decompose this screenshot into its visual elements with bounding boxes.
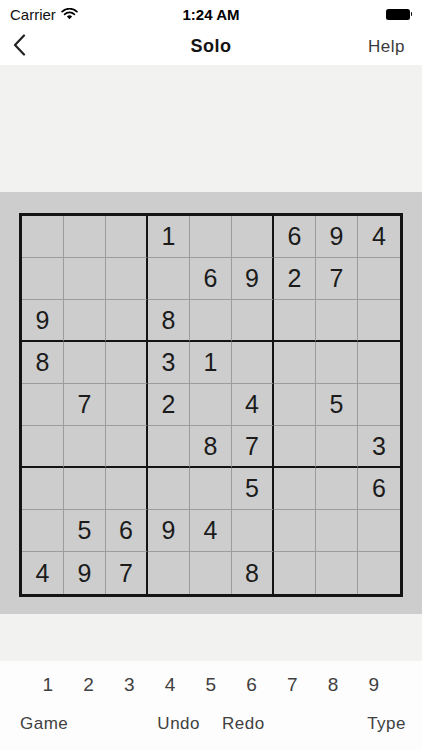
cell-r5c3[interactable] — [106, 384, 148, 426]
num-button-6[interactable]: 6 — [240, 672, 264, 698]
cell-r6c7[interactable] — [274, 426, 316, 468]
page-title: Solo — [0, 36, 422, 57]
cell-r2c1[interactable] — [22, 258, 64, 300]
num-button-9[interactable]: 9 — [362, 672, 386, 698]
cell-r8c3[interactable]: 6 — [106, 510, 148, 552]
cell-r8c9[interactable] — [358, 510, 400, 552]
num-button-8[interactable]: 8 — [321, 672, 345, 698]
cell-r8c1[interactable] — [22, 510, 64, 552]
action-row: Game Undo Redo Type — [0, 714, 422, 738]
cell-r8c4[interactable]: 9 — [148, 510, 190, 552]
cell-r6c3[interactable] — [106, 426, 148, 468]
cell-r9c1[interactable]: 4 — [22, 552, 64, 594]
cell-r2c2[interactable] — [64, 258, 106, 300]
nav-bar: Solo Help — [0, 28, 422, 65]
chevron-left-icon — [13, 34, 26, 60]
cell-r8c7[interactable] — [274, 510, 316, 552]
redo-button[interactable]: Redo — [222, 714, 265, 734]
cell-r4c8[interactable] — [316, 342, 358, 384]
cell-r3c6[interactable] — [232, 300, 274, 342]
sudoku-board: 169469279883172458735656944978 — [19, 213, 403, 597]
cell-r5c8[interactable]: 5 — [316, 384, 358, 426]
cell-r8c2[interactable]: 5 — [64, 510, 106, 552]
top-spacer — [0, 65, 422, 192]
cell-r9c2[interactable]: 9 — [64, 552, 106, 594]
cell-r5c4[interactable]: 2 — [148, 384, 190, 426]
board-band: 169469279883172458735656944978 — [0, 192, 422, 614]
cell-r1c3[interactable] — [106, 216, 148, 258]
cell-r1c6[interactable] — [232, 216, 274, 258]
cell-r1c1[interactable] — [22, 216, 64, 258]
cell-r2c3[interactable] — [106, 258, 148, 300]
cell-r3c5[interactable] — [190, 300, 232, 342]
cell-r9c4[interactable] — [148, 552, 190, 594]
cell-r9c8[interactable] — [316, 552, 358, 594]
cell-r3c1[interactable]: 9 — [22, 300, 64, 342]
cell-r9c9[interactable] — [358, 552, 400, 594]
cell-r6c4[interactable] — [148, 426, 190, 468]
cell-r7c2[interactable] — [64, 468, 106, 510]
cell-r1c4[interactable]: 1 — [148, 216, 190, 258]
cell-r6c8[interactable] — [316, 426, 358, 468]
cell-r6c1[interactable] — [22, 426, 64, 468]
battery-icon — [386, 9, 413, 20]
cell-r6c6[interactable]: 7 — [232, 426, 274, 468]
cell-r4c7[interactable] — [274, 342, 316, 384]
cell-r6c9[interactable]: 3 — [358, 426, 400, 468]
cell-r1c7[interactable]: 6 — [274, 216, 316, 258]
cell-r9c7[interactable] — [274, 552, 316, 594]
cell-r8c5[interactable]: 4 — [190, 510, 232, 552]
cell-r1c5[interactable] — [190, 216, 232, 258]
cell-r7c4[interactable] — [148, 468, 190, 510]
cell-r1c8[interactable]: 9 — [316, 216, 358, 258]
cell-r5c7[interactable] — [274, 384, 316, 426]
cell-r4c5[interactable]: 1 — [190, 342, 232, 384]
content-area: 169469279883172458735656944978 — [0, 65, 422, 661]
cell-r5c6[interactable]: 4 — [232, 384, 274, 426]
bottom-spacer — [0, 614, 422, 661]
back-button[interactable] — [13, 35, 37, 59]
cell-r4c1[interactable]: 8 — [22, 342, 64, 384]
carrier-label: Carrier — [10, 6, 56, 23]
cell-r4c6[interactable] — [232, 342, 274, 384]
cell-r9c5[interactable] — [190, 552, 232, 594]
cell-r2c9[interactable] — [358, 258, 400, 300]
cell-r1c9[interactable]: 4 — [358, 216, 400, 258]
type-button[interactable]: Type — [367, 714, 406, 734]
cell-r5c2[interactable]: 7 — [64, 384, 106, 426]
cell-r3c9[interactable] — [358, 300, 400, 342]
cell-r7c7[interactable] — [274, 468, 316, 510]
num-button-7[interactable]: 7 — [281, 672, 305, 698]
cell-r7c3[interactable] — [106, 468, 148, 510]
cell-r3c4[interactable]: 8 — [148, 300, 190, 342]
cell-r4c9[interactable] — [358, 342, 400, 384]
num-button-3[interactable]: 3 — [118, 672, 142, 698]
cell-r4c3[interactable] — [106, 342, 148, 384]
bottom-toolbar: 123456789 Game Undo Redo Type — [0, 661, 422, 750]
cell-r1c2[interactable] — [64, 216, 106, 258]
cell-r7c8[interactable] — [316, 468, 358, 510]
cell-r4c4[interactable]: 3 — [148, 342, 190, 384]
cell-r3c3[interactable] — [106, 300, 148, 342]
cell-r9c3[interactable]: 7 — [106, 552, 148, 594]
cell-r2c4[interactable] — [148, 258, 190, 300]
wifi-icon — [61, 8, 78, 20]
cell-r7c6[interactable]: 5 — [232, 468, 274, 510]
status-bar: Carrier 1:24 AM — [0, 0, 422, 28]
cell-r3c2[interactable] — [64, 300, 106, 342]
cell-r4c2[interactable] — [64, 342, 106, 384]
undo-button[interactable]: Undo — [157, 714, 200, 734]
cell-r2c8[interactable]: 7 — [316, 258, 358, 300]
cell-r8c6[interactable] — [232, 510, 274, 552]
cell-r8c8[interactable] — [316, 510, 358, 552]
cell-r5c5[interactable] — [190, 384, 232, 426]
cell-r6c5[interactable]: 8 — [190, 426, 232, 468]
number-pad: 123456789 — [0, 672, 422, 698]
cell-r3c8[interactable] — [316, 300, 358, 342]
cell-r7c9[interactable]: 6 — [358, 468, 400, 510]
cell-r3c7[interactable] — [274, 300, 316, 342]
cell-r5c9[interactable] — [358, 384, 400, 426]
num-button-5[interactable]: 5 — [199, 672, 223, 698]
cell-r2c5[interactable]: 6 — [190, 258, 232, 300]
cell-r2c7[interactable]: 2 — [274, 258, 316, 300]
cell-r5c1[interactable] — [22, 384, 64, 426]
help-button[interactable]: Help — [368, 37, 405, 57]
cell-r2c6[interactable]: 9 — [232, 258, 274, 300]
app-window: Carrier 1:24 AM Solo Help — [0, 0, 422, 750]
num-button-4[interactable]: 4 — [158, 672, 182, 698]
cell-r9c6[interactable]: 8 — [232, 552, 274, 594]
num-button-2[interactable]: 2 — [77, 672, 101, 698]
cell-r7c5[interactable] — [190, 468, 232, 510]
cell-r6c2[interactable] — [64, 426, 106, 468]
cell-r7c1[interactable] — [22, 468, 64, 510]
num-button-1[interactable]: 1 — [36, 672, 60, 698]
